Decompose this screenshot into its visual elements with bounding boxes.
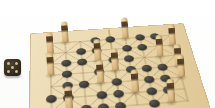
point-6-3[interactable] <box>94 101 113 108</box>
point-4-2[interactable] <box>75 78 92 91</box>
black-disc[interactable] <box>79 80 90 88</box>
black-disc[interactable] <box>113 90 125 98</box>
black-disc[interactable] <box>98 103 110 108</box>
wooden-peg[interactable] <box>93 39 101 61</box>
black-disc[interactable] <box>124 55 135 62</box>
black-disc[interactable] <box>61 59 71 66</box>
point-6-5[interactable] <box>128 98 147 108</box>
wooden-peg[interactable] <box>45 32 53 54</box>
black-disc[interactable] <box>157 63 169 71</box>
black-disc[interactable] <box>137 44 148 51</box>
black-disc[interactable] <box>105 36 115 43</box>
black-disc[interactable] <box>115 102 127 108</box>
point-6-2[interactable] <box>77 102 95 108</box>
wooden-peg[interactable] <box>130 69 139 92</box>
die-pip <box>15 70 18 73</box>
product-photo <box>0 0 215 108</box>
die[interactable] <box>4 59 21 76</box>
black-disc[interactable] <box>141 65 152 73</box>
black-disc[interactable] <box>143 76 155 84</box>
black-disc[interactable] <box>46 95 57 104</box>
black-disc[interactable] <box>96 91 107 99</box>
black-disc[interactable] <box>111 78 122 86</box>
black-disc[interactable] <box>122 45 133 52</box>
black-disc[interactable] <box>135 34 146 41</box>
wooden-peg[interactable] <box>110 48 119 70</box>
point-5-8[interactable] <box>175 82 195 95</box>
point-6-0[interactable] <box>43 105 61 108</box>
black-disc[interactable] <box>81 105 92 108</box>
black-disc[interactable] <box>148 99 160 108</box>
black-disc[interactable] <box>76 48 86 55</box>
game-board <box>29 23 213 108</box>
point-6-1[interactable] <box>60 103 78 108</box>
point-2-1[interactable] <box>58 57 74 69</box>
wooden-peg[interactable] <box>64 86 73 108</box>
black-disc[interactable] <box>146 87 158 95</box>
wooden-peg[interactable] <box>120 18 128 39</box>
wooden-peg[interactable] <box>168 24 176 45</box>
wooden-peg[interactable] <box>60 22 68 43</box>
wooden-peg[interactable] <box>46 53 55 76</box>
board-wrap <box>29 23 213 108</box>
wooden-peg[interactable] <box>176 55 185 78</box>
board-grid <box>30 24 214 108</box>
wooden-peg[interactable] <box>166 79 175 103</box>
wooden-peg[interactable] <box>155 35 163 57</box>
point-6-8[interactable] <box>178 94 198 108</box>
black-disc[interactable] <box>62 70 72 78</box>
point-3-1[interactable] <box>59 68 76 80</box>
black-disc[interactable] <box>77 58 87 65</box>
wooden-peg[interactable] <box>95 60 104 83</box>
point-5-3[interactable] <box>93 88 111 101</box>
